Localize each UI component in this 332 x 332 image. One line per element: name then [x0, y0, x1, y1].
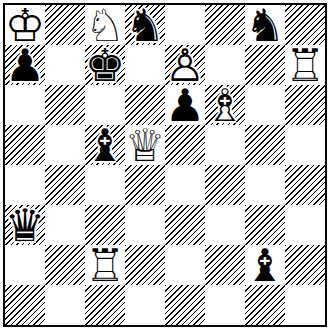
square-e1[interactable] [165, 285, 205, 325]
square-f8[interactable] [205, 5, 245, 45]
square-c5[interactable]: ♝♝ [85, 125, 125, 165]
white-pawn-silhouette: ♟ [165, 45, 205, 85]
white-bishop-icon: ♗ [205, 85, 245, 125]
black-pawn-silhouette: ♟ [5, 45, 45, 85]
black-queen-icon: ♛ [5, 205, 45, 245]
black-knight-icon: ♞ [245, 5, 285, 45]
square-g8[interactable]: ♞♞ [245, 5, 285, 45]
square-e2[interactable] [165, 245, 205, 285]
piece-black-pawn[interactable]: ♟♟ [5, 45, 45, 85]
black-king-icon: ♚ [85, 45, 125, 85]
square-f1[interactable] [205, 285, 245, 325]
piece-black-queen[interactable]: ♛♛ [5, 205, 45, 245]
square-f2[interactable] [205, 245, 245, 285]
white-king-silhouette: ♚ [5, 5, 45, 45]
square-h8[interactable] [285, 5, 325, 45]
square-g6[interactable] [245, 85, 285, 125]
square-d7[interactable] [125, 45, 165, 85]
square-b4[interactable] [45, 165, 85, 205]
piece-black-pawn[interactable]: ♟♟ [165, 85, 205, 125]
square-d4[interactable] [125, 165, 165, 205]
square-b1[interactable] [45, 285, 85, 325]
white-king-icon: ♔ [5, 5, 45, 45]
square-c6[interactable] [85, 85, 125, 125]
square-f7[interactable] [205, 45, 245, 85]
piece-white-knight[interactable]: ♞♘ [85, 5, 125, 45]
square-e5[interactable] [165, 125, 205, 165]
square-c8[interactable]: ♞♘ [85, 5, 125, 45]
piece-black-king[interactable]: ♚♚ [85, 45, 125, 85]
square-d8[interactable]: ♞♞ [125, 5, 165, 45]
white-bishop-silhouette: ♝ [205, 85, 245, 125]
piece-black-knight[interactable]: ♞♞ [245, 5, 285, 45]
black-bishop-icon: ♝ [85, 125, 125, 165]
square-e7[interactable]: ♟♙ [165, 45, 205, 85]
square-a5[interactable] [5, 125, 45, 165]
square-h4[interactable] [285, 165, 325, 205]
square-b6[interactable] [45, 85, 85, 125]
square-a2[interactable] [5, 245, 45, 285]
black-knight-silhouette: ♞ [125, 5, 165, 45]
white-knight-silhouette: ♞ [85, 5, 125, 45]
square-g5[interactable] [245, 125, 285, 165]
white-knight-icon: ♘ [85, 5, 125, 45]
square-e8[interactable] [165, 5, 205, 45]
black-bishop-silhouette: ♝ [245, 245, 285, 285]
black-pawn-silhouette: ♟ [165, 85, 205, 125]
piece-white-bishop[interactable]: ♝♗ [205, 85, 245, 125]
piece-white-king[interactable]: ♚♔ [5, 5, 45, 45]
black-knight-silhouette: ♞ [245, 5, 285, 45]
chess-board: ♚♔♞♘♞♞♞♞♟♟♚♚♟♙♜♖♟♟♝♗♝♝♛♕♛♛♜♖♝♝ [5, 5, 325, 325]
square-d2[interactable] [125, 245, 165, 285]
square-g3[interactable] [245, 205, 285, 245]
square-g1[interactable] [245, 285, 285, 325]
piece-black-bishop[interactable]: ♝♝ [245, 245, 285, 285]
square-c7[interactable]: ♚♚ [85, 45, 125, 85]
square-b2[interactable] [45, 245, 85, 285]
square-h1[interactable] [285, 285, 325, 325]
piece-black-bishop[interactable]: ♝♝ [85, 125, 125, 165]
white-rook-icon: ♖ [85, 245, 125, 285]
black-bishop-silhouette: ♝ [85, 125, 125, 165]
square-g2[interactable]: ♝♝ [245, 245, 285, 285]
board-frame: ♚♔♞♘♞♞♞♞♟♟♚♚♟♙♜♖♟♟♝♗♝♝♛♕♛♛♜♖♝♝ [3, 3, 327, 327]
square-c3[interactable] [85, 205, 125, 245]
square-a6[interactable] [5, 85, 45, 125]
black-knight-icon: ♞ [125, 5, 165, 45]
white-rook-silhouette: ♜ [285, 45, 325, 85]
square-f6[interactable]: ♝♗ [205, 85, 245, 125]
piece-white-pawn[interactable]: ♟♙ [165, 45, 205, 85]
square-d3[interactable] [125, 205, 165, 245]
square-b5[interactable] [45, 125, 85, 165]
square-h2[interactable] [285, 245, 325, 285]
square-b8[interactable] [45, 5, 85, 45]
square-g4[interactable] [245, 165, 285, 205]
square-c2[interactable]: ♜♖ [85, 245, 125, 285]
piece-white-rook[interactable]: ♜♖ [85, 245, 125, 285]
square-e6[interactable]: ♟♟ [165, 85, 205, 125]
square-b7[interactable] [45, 45, 85, 85]
square-f3[interactable] [205, 205, 245, 245]
square-h3[interactable] [285, 205, 325, 245]
white-queen-silhouette: ♛ [125, 125, 165, 165]
square-h6[interactable] [285, 85, 325, 125]
square-c1[interactable] [85, 285, 125, 325]
black-king-silhouette: ♚ [85, 45, 125, 85]
black-queen-silhouette: ♛ [5, 205, 45, 245]
square-e4[interactable] [165, 165, 205, 205]
square-f5[interactable] [205, 125, 245, 165]
square-a4[interactable] [5, 165, 45, 205]
white-rook-silhouette: ♜ [85, 245, 125, 285]
square-d5[interactable]: ♛♕ [125, 125, 165, 165]
piece-white-rook[interactable]: ♜♖ [285, 45, 325, 85]
square-g7[interactable] [245, 45, 285, 85]
square-h7[interactable]: ♜♖ [285, 45, 325, 85]
black-bishop-icon: ♝ [245, 245, 285, 285]
square-a7[interactable]: ♟♟ [5, 45, 45, 85]
square-d6[interactable] [125, 85, 165, 125]
black-pawn-icon: ♟ [165, 85, 205, 125]
white-pawn-icon: ♙ [165, 45, 205, 85]
square-b3[interactable] [45, 205, 85, 245]
piece-white-queen[interactable]: ♛♕ [125, 125, 165, 165]
square-d1[interactable] [125, 285, 165, 325]
square-e3[interactable] [165, 205, 205, 245]
white-rook-icon: ♖ [285, 45, 325, 85]
square-f4[interactable] [205, 165, 245, 205]
white-queen-icon: ♕ [125, 125, 165, 165]
black-pawn-icon: ♟ [5, 45, 45, 85]
square-c4[interactable] [85, 165, 125, 205]
square-h5[interactable] [285, 125, 325, 165]
square-a1[interactable] [5, 285, 45, 325]
square-a8[interactable]: ♚♔ [5, 5, 45, 45]
screenshot-root: { "game": "chess", "diagram_title": "che… [0, 0, 332, 332]
square-a3[interactable]: ♛♛ [5, 205, 45, 245]
piece-black-knight[interactable]: ♞♞ [125, 5, 165, 45]
